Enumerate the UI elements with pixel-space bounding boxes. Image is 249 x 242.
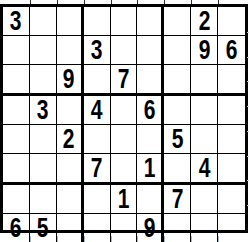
given-digit: 3: [91, 37, 103, 64]
cell-r3c8[interactable]: [191, 65, 218, 96]
cell-r5c1[interactable]: [3, 125, 30, 154]
gridline-stub-right: [247, 205, 249, 206]
cell-r1c7[interactable]: [164, 7, 191, 36]
cell-r6c9[interactable]: [218, 154, 245, 185]
cell-r7c1[interactable]: [3, 185, 30, 214]
gridline-stub-top: [84, 0, 85, 4]
cell-r6c6[interactable]: 1: [137, 154, 164, 185]
screen: 3239697346257141765984: [0, 0, 249, 242]
cell-r6c2[interactable]: [30, 154, 57, 185]
given-digit: 4: [91, 97, 103, 124]
cell-r5c6[interactable]: [137, 125, 164, 154]
given-digit: 9: [198, 37, 210, 64]
gridline-stub-top: [164, 0, 165, 4]
given-digit: 6: [226, 37, 238, 64]
cell-r4c5[interactable]: [111, 96, 138, 125]
cell-r7c9[interactable]: [218, 185, 245, 214]
cell-r1c6[interactable]: [137, 7, 164, 36]
cell-r6c4[interactable]: 7: [84, 154, 111, 185]
cell-r2c7[interactable]: [164, 36, 191, 65]
cell-r7c4[interactable]: [84, 185, 111, 214]
cell-r6c7[interactable]: [164, 154, 191, 185]
cell-r3c5[interactable]: 7: [111, 65, 138, 96]
cell-r1c1[interactable]: 3: [3, 7, 30, 36]
cell-r1c4[interactable]: [84, 7, 111, 36]
cell-r4c7[interactable]: [164, 96, 191, 125]
given-digit: 4: [198, 155, 210, 182]
cell-r5c8[interactable]: [191, 125, 218, 154]
gridline-stub-bottom: [30, 236, 31, 242]
cell-r6c8[interactable]: 4: [191, 154, 218, 185]
cell-r8c8[interactable]: [191, 214, 218, 242]
given-digit: 6: [10, 215, 22, 242]
cell-r7c5[interactable]: 1: [111, 185, 138, 214]
given-digit: 9: [144, 215, 156, 242]
cell-r3c6[interactable]: [137, 65, 164, 96]
gridline-stub-right: [247, 180, 249, 181]
cell-r3c9[interactable]: [218, 65, 245, 96]
gridline-stub-bottom: [191, 236, 192, 242]
cell-r7c7[interactable]: 7: [164, 185, 191, 214]
cell-r4c9[interactable]: [218, 96, 245, 125]
cell-r4c4[interactable]: 4: [84, 96, 111, 125]
cell-r2c5[interactable]: [111, 36, 138, 65]
cell-r3c4[interactable]: [84, 65, 111, 96]
cell-r5c4[interactable]: [84, 125, 111, 154]
cell-r6c1[interactable]: [3, 154, 30, 185]
cell-r7c3[interactable]: [57, 185, 84, 214]
cell-r8c6[interactable]: 9: [137, 214, 164, 242]
cell-r8c7[interactable]: [164, 214, 191, 242]
cell-r3c7[interactable]: [164, 65, 191, 96]
cell-r3c1[interactable]: [3, 65, 30, 96]
gridline-stub-bottom: [218, 236, 219, 242]
gridline-stub-right: [247, 81, 249, 82]
cell-r2c8[interactable]: 9: [191, 36, 218, 65]
cell-r8c9[interactable]: [218, 214, 245, 242]
gridline-stub-right: [247, 57, 249, 58]
gridline-stub-right: [247, 156, 249, 157]
cell-r4c6[interactable]: 6: [137, 96, 164, 125]
gridline-stub-bottom: [111, 236, 112, 242]
cell-r8c1[interactable]: 6: [3, 214, 30, 242]
cell-r7c8[interactable]: [191, 185, 218, 214]
gridline-stub-right: [247, 131, 249, 132]
given-digit: 7: [171, 186, 183, 213]
cell-r5c3[interactable]: 2: [57, 125, 84, 154]
given-digit: 5: [171, 126, 183, 153]
gridline-stub-bottom: [164, 236, 165, 242]
cell-r3c3[interactable]: 9: [57, 65, 84, 96]
cell-r7c2[interactable]: [30, 185, 57, 214]
given-digit: 1: [118, 186, 130, 213]
gridline-stub-top: [218, 0, 219, 4]
cell-r2c1[interactable]: [3, 36, 30, 65]
cell-r8c3[interactable]: [57, 214, 84, 242]
gridline-stub-bottom: [137, 236, 138, 242]
cell-r1c5[interactable]: [111, 7, 138, 36]
cell-r4c2[interactable]: 3: [30, 96, 57, 125]
given-digit: 3: [10, 8, 22, 35]
gridline-stub-right: [247, 106, 249, 107]
given-digit: 2: [63, 126, 75, 153]
cell-r8c2[interactable]: 5: [30, 214, 57, 242]
cell-r1c8[interactable]: 2: [191, 7, 218, 36]
cell-r1c3[interactable]: [57, 7, 84, 36]
given-digit: 5: [37, 215, 49, 242]
given-digit: 7: [91, 155, 103, 182]
cell-r2c3[interactable]: [57, 36, 84, 65]
cell-r4c1[interactable]: [3, 96, 30, 125]
given-digit: 1: [144, 155, 156, 182]
cell-r5c5[interactable]: [111, 125, 138, 154]
cell-r5c7[interactable]: 5: [164, 125, 191, 154]
cell-r6c3[interactable]: [57, 154, 84, 185]
cell-r4c3[interactable]: [57, 96, 84, 125]
cell-r5c9[interactable]: [218, 125, 245, 154]
gridline-stub-top: [137, 0, 138, 4]
cell-r4c8[interactable]: [191, 96, 218, 125]
given-digit: 3: [37, 97, 49, 124]
cell-r2c2[interactable]: [30, 36, 57, 65]
cell-r2c4[interactable]: 3: [84, 36, 111, 65]
cell-r2c6[interactable]: [137, 36, 164, 65]
gridline-stub-top: [57, 0, 58, 4]
gridline-stub-right: [247, 32, 249, 33]
given-digit: 7: [118, 66, 130, 93]
cell-r5c2[interactable]: [30, 125, 57, 154]
cell-r3c2[interactable]: [30, 65, 57, 96]
gridline-stub-bottom: [84, 236, 85, 242]
cell-r1c2[interactable]: [30, 7, 57, 36]
gridline-stub-top: [191, 0, 192, 4]
cell-r8c4[interactable]: [84, 214, 111, 242]
sudoku-board: 3239697346257141765984: [0, 4, 248, 233]
cell-r2c9[interactable]: 6: [218, 36, 245, 65]
gridline-stub-bottom: [57, 236, 58, 242]
cell-r6c5[interactable]: [111, 154, 138, 185]
gridline-stub-top: [111, 0, 112, 4]
cell-r8c5[interactable]: [111, 214, 138, 242]
cell-r1c9[interactable]: [218, 7, 245, 36]
gridline-stub-top: [30, 0, 31, 4]
cell-r7c6[interactable]: [137, 185, 164, 214]
given-digit: 9: [63, 66, 75, 93]
given-digit: 2: [198, 8, 210, 35]
given-digit: 6: [144, 97, 156, 124]
